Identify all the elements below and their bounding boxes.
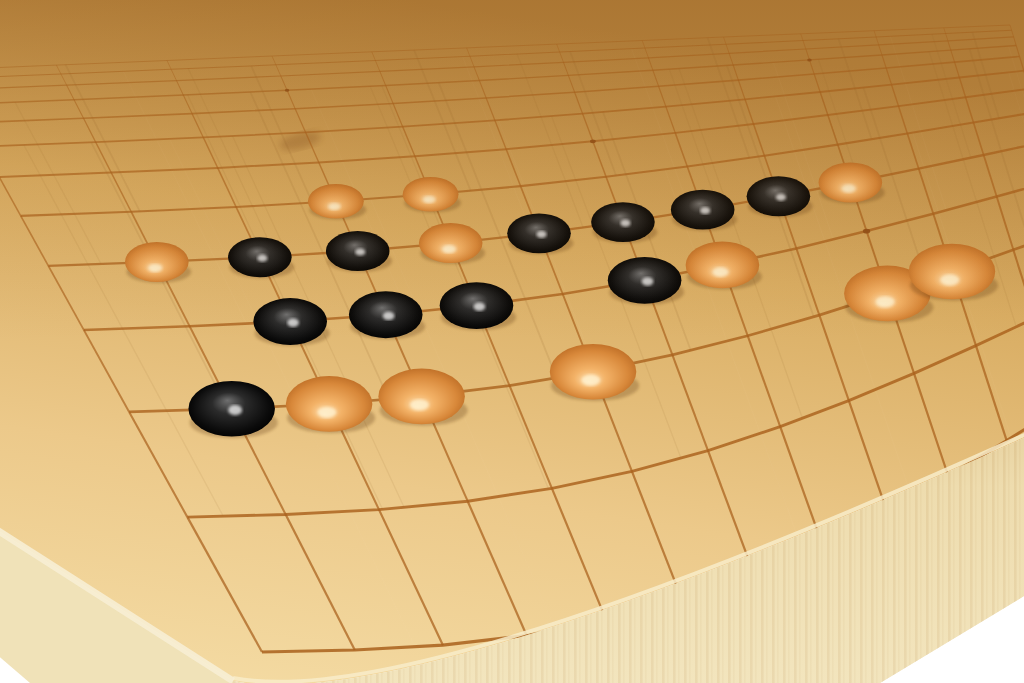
stone-highlight: [940, 274, 959, 285]
stone-body: [308, 184, 364, 219]
stone-body: [378, 369, 464, 425]
stone-highlight: [776, 194, 786, 201]
stone-body: [403, 177, 459, 212]
stone-highlight: [383, 312, 395, 320]
stone-highlight: [581, 375, 600, 386]
stone-highlight: [287, 318, 299, 326]
stone-highlight: [228, 405, 242, 415]
stone-highlight: [700, 207, 710, 214]
stone-highlight: [620, 220, 630, 227]
stone-highlight: [876, 296, 895, 307]
stone-highlight: [536, 231, 546, 238]
stone-body: [286, 376, 372, 432]
star-point: [285, 89, 290, 92]
stone-body: [686, 242, 760, 289]
goban-photo: [0, 0, 1024, 683]
stone-highlight: [148, 264, 162, 272]
stone-body: [419, 223, 483, 263]
stone-highlight: [257, 255, 267, 262]
stone-highlight: [842, 185, 856, 193]
stone-highlight: [410, 399, 429, 410]
stone-highlight: [474, 303, 486, 311]
stone-highlight: [355, 248, 365, 255]
stone-highlight: [442, 245, 456, 253]
stone-highlight: [642, 277, 654, 285]
star-point: [863, 229, 870, 234]
star-point: [807, 58, 812, 61]
stone-highlight: [317, 407, 336, 418]
stone-body: [550, 344, 636, 400]
go-board[interactable]: [0, 0, 1024, 683]
stone-highlight: [712, 267, 728, 276]
star-point: [590, 139, 596, 143]
stone-body: [125, 242, 189, 282]
stone-highlight: [328, 203, 340, 210]
stone-body: [819, 163, 883, 203]
stone-highlight: [423, 196, 435, 203]
stone-body: [909, 244, 995, 300]
